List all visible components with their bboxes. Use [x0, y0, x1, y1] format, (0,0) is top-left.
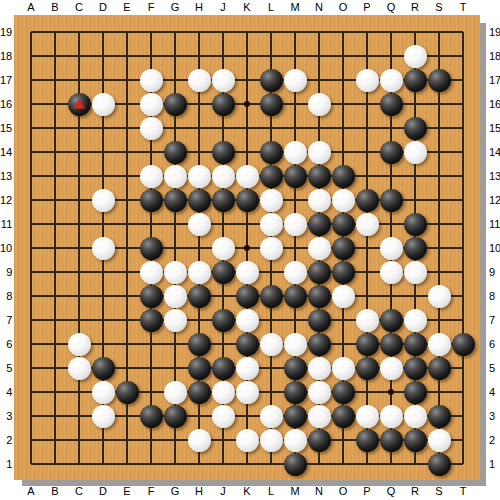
intersection[interactable]: [163, 356, 187, 380]
intersection[interactable]: [235, 164, 259, 188]
intersection[interactable]: [91, 212, 115, 236]
intersection[interactable]: [211, 260, 235, 284]
intersection[interactable]: [115, 188, 139, 212]
intersection[interactable]: [43, 212, 67, 236]
intersection[interactable]: [307, 140, 331, 164]
intersection[interactable]: [211, 92, 235, 116]
intersection[interactable]: [91, 428, 115, 452]
intersection[interactable]: [283, 452, 307, 476]
intersection[interactable]: [427, 92, 451, 116]
intersection[interactable]: [379, 212, 403, 236]
intersection[interactable]: [139, 332, 163, 356]
intersection[interactable]: [163, 92, 187, 116]
intersection[interactable]: [283, 140, 307, 164]
intersection[interactable]: [427, 404, 451, 428]
intersection[interactable]: [259, 212, 283, 236]
intersection[interactable]: [355, 428, 379, 452]
intersection[interactable]: [19, 44, 43, 68]
intersection[interactable]: [139, 68, 163, 92]
intersection[interactable]: [67, 404, 91, 428]
intersection[interactable]: [403, 44, 427, 68]
intersection[interactable]: [259, 308, 283, 332]
intersection[interactable]: [283, 44, 307, 68]
intersection[interactable]: [307, 44, 331, 68]
intersection[interactable]: [67, 68, 91, 92]
intersection[interactable]: [427, 116, 451, 140]
intersection[interactable]: [91, 260, 115, 284]
intersection[interactable]: [331, 68, 355, 92]
intersection[interactable]: [403, 356, 427, 380]
intersection[interactable]: [19, 284, 43, 308]
intersection[interactable]: [163, 308, 187, 332]
intersection[interactable]: [355, 308, 379, 332]
intersection[interactable]: [19, 428, 43, 452]
intersection[interactable]: [139, 116, 163, 140]
intersection[interactable]: [115, 236, 139, 260]
intersection[interactable]: [379, 284, 403, 308]
intersection[interactable]: [331, 260, 355, 284]
intersection[interactable]: [331, 20, 355, 44]
intersection[interactable]: [283, 428, 307, 452]
intersection[interactable]: [403, 20, 427, 44]
intersection[interactable]: [331, 332, 355, 356]
intersection[interactable]: [451, 260, 475, 284]
intersection[interactable]: [331, 428, 355, 452]
intersection[interactable]: [355, 404, 379, 428]
intersection[interactable]: [283, 380, 307, 404]
intersection[interactable]: [91, 140, 115, 164]
intersection[interactable]: [235, 212, 259, 236]
intersection[interactable]: [355, 44, 379, 68]
intersection[interactable]: [187, 452, 211, 476]
intersection[interactable]: [307, 332, 331, 356]
intersection[interactable]: [259, 68, 283, 92]
intersection[interactable]: [307, 68, 331, 92]
intersection[interactable]: [427, 164, 451, 188]
intersection[interactable]: [67, 212, 91, 236]
intersection[interactable]: [115, 308, 139, 332]
intersection[interactable]: [355, 20, 379, 44]
intersection[interactable]: [91, 380, 115, 404]
intersection[interactable]: [211, 188, 235, 212]
intersection[interactable]: [187, 212, 211, 236]
intersection[interactable]: [91, 332, 115, 356]
intersection[interactable]: [331, 164, 355, 188]
intersection[interactable]: [91, 164, 115, 188]
intersection[interactable]: [427, 284, 451, 308]
intersection[interactable]: [211, 356, 235, 380]
intersection[interactable]: [163, 284, 187, 308]
intersection[interactable]: [259, 116, 283, 140]
intersection[interactable]: [43, 284, 67, 308]
intersection[interactable]: [211, 68, 235, 92]
intersection[interactable]: [163, 44, 187, 68]
intersection[interactable]: [91, 356, 115, 380]
intersection[interactable]: [307, 188, 331, 212]
intersection[interactable]: [355, 92, 379, 116]
intersection[interactable]: [307, 284, 331, 308]
intersection[interactable]: [379, 188, 403, 212]
intersection[interactable]: [403, 380, 427, 404]
intersection[interactable]: [235, 68, 259, 92]
intersection[interactable]: [187, 428, 211, 452]
intersection[interactable]: [235, 428, 259, 452]
intersection[interactable]: [283, 164, 307, 188]
intersection[interactable]: [379, 452, 403, 476]
intersection[interactable]: [19, 212, 43, 236]
intersection[interactable]: [235, 140, 259, 164]
intersection[interactable]: [403, 260, 427, 284]
intersection[interactable]: [403, 284, 427, 308]
intersection[interactable]: [139, 428, 163, 452]
intersection[interactable]: [235, 188, 259, 212]
intersection[interactable]: [139, 164, 163, 188]
intersection[interactable]: [331, 212, 355, 236]
intersection[interactable]: [67, 92, 91, 116]
intersection[interactable]: [403, 308, 427, 332]
intersection[interactable]: [187, 236, 211, 260]
intersection[interactable]: [211, 428, 235, 452]
intersection[interactable]: [379, 356, 403, 380]
intersection[interactable]: [355, 356, 379, 380]
intersection[interactable]: [403, 188, 427, 212]
intersection[interactable]: [451, 236, 475, 260]
intersection[interactable]: [43, 452, 67, 476]
intersection[interactable]: [43, 308, 67, 332]
intersection[interactable]: [163, 212, 187, 236]
intersection[interactable]: [259, 332, 283, 356]
intersection[interactable]: [67, 428, 91, 452]
intersection[interactable]: [187, 380, 211, 404]
intersection[interactable]: [259, 188, 283, 212]
intersection[interactable]: [115, 404, 139, 428]
intersection[interactable]: [91, 44, 115, 68]
intersection[interactable]: [43, 236, 67, 260]
intersection[interactable]: [115, 428, 139, 452]
intersection[interactable]: [163, 140, 187, 164]
intersection[interactable]: [427, 452, 451, 476]
intersection[interactable]: [379, 428, 403, 452]
intersection[interactable]: [331, 356, 355, 380]
intersection[interactable]: [235, 452, 259, 476]
intersection[interactable]: [331, 44, 355, 68]
intersection[interactable]: [187, 20, 211, 44]
intersection[interactable]: [187, 68, 211, 92]
intersection[interactable]: [163, 188, 187, 212]
intersection[interactable]: [139, 212, 163, 236]
intersection[interactable]: [355, 260, 379, 284]
intersection[interactable]: [379, 164, 403, 188]
intersection[interactable]: [307, 92, 331, 116]
intersection[interactable]: [187, 92, 211, 116]
intersection[interactable]: [235, 380, 259, 404]
intersection[interactable]: [163, 260, 187, 284]
intersection[interactable]: [187, 404, 211, 428]
intersection[interactable]: [211, 284, 235, 308]
intersection[interactable]: [139, 452, 163, 476]
intersection[interactable]: [235, 116, 259, 140]
intersection[interactable]: [403, 212, 427, 236]
intersection[interactable]: [427, 332, 451, 356]
intersection[interactable]: [139, 188, 163, 212]
intersection[interactable]: [211, 380, 235, 404]
intersection[interactable]: [427, 236, 451, 260]
intersection[interactable]: [91, 116, 115, 140]
intersection[interactable]: [67, 284, 91, 308]
intersection[interactable]: [139, 260, 163, 284]
intersection[interactable]: [427, 260, 451, 284]
intersection[interactable]: [235, 44, 259, 68]
intersection[interactable]: [115, 380, 139, 404]
intersection[interactable]: [403, 164, 427, 188]
intersection[interactable]: [451, 212, 475, 236]
intersection[interactable]: [163, 20, 187, 44]
intersection[interactable]: [115, 68, 139, 92]
intersection[interactable]: [235, 236, 259, 260]
intersection[interactable]: [259, 236, 283, 260]
intersection[interactable]: [355, 116, 379, 140]
intersection[interactable]: [403, 68, 427, 92]
intersection[interactable]: [67, 380, 91, 404]
intersection[interactable]: [379, 116, 403, 140]
intersection[interactable]: [19, 92, 43, 116]
intersection[interactable]: [331, 284, 355, 308]
intersection[interactable]: [19, 188, 43, 212]
intersection[interactable]: [67, 20, 91, 44]
intersection[interactable]: [403, 332, 427, 356]
intersection[interactable]: [139, 92, 163, 116]
intersection[interactable]: [115, 356, 139, 380]
intersection[interactable]: [451, 116, 475, 140]
intersection[interactable]: [67, 44, 91, 68]
intersection[interactable]: [307, 236, 331, 260]
intersection[interactable]: [403, 140, 427, 164]
intersection[interactable]: [211, 332, 235, 356]
intersection[interactable]: [331, 380, 355, 404]
intersection[interactable]: [187, 164, 211, 188]
intersection[interactable]: [451, 20, 475, 44]
intersection[interactable]: [67, 188, 91, 212]
intersection[interactable]: [163, 68, 187, 92]
intersection[interactable]: [19, 356, 43, 380]
intersection[interactable]: [331, 308, 355, 332]
intersection[interactable]: [91, 236, 115, 260]
intersection[interactable]: [139, 236, 163, 260]
intersection[interactable]: [187, 260, 211, 284]
intersection[interactable]: [403, 116, 427, 140]
intersection[interactable]: [331, 404, 355, 428]
intersection[interactable]: [115, 452, 139, 476]
intersection[interactable]: [235, 308, 259, 332]
intersection[interactable]: [379, 140, 403, 164]
intersection[interactable]: [67, 236, 91, 260]
intersection[interactable]: [43, 356, 67, 380]
intersection[interactable]: [451, 188, 475, 212]
intersection[interactable]: [427, 44, 451, 68]
intersection[interactable]: [283, 260, 307, 284]
intersection[interactable]: [307, 260, 331, 284]
intersection[interactable]: [355, 236, 379, 260]
intersection[interactable]: [427, 212, 451, 236]
intersection[interactable]: [451, 68, 475, 92]
intersection[interactable]: [211, 212, 235, 236]
intersection[interactable]: [379, 44, 403, 68]
intersection[interactable]: [67, 452, 91, 476]
intersection[interactable]: [331, 452, 355, 476]
intersection[interactable]: [379, 236, 403, 260]
intersection[interactable]: [163, 116, 187, 140]
intersection[interactable]: [67, 308, 91, 332]
intersection[interactable]: [283, 188, 307, 212]
intersection[interactable]: [451, 356, 475, 380]
intersection[interactable]: [307, 428, 331, 452]
intersection[interactable]: [355, 212, 379, 236]
intersection[interactable]: [403, 404, 427, 428]
intersection[interactable]: [283, 404, 307, 428]
intersection[interactable]: [259, 428, 283, 452]
intersection[interactable]: [307, 116, 331, 140]
intersection[interactable]: [139, 284, 163, 308]
intersection[interactable]: [307, 20, 331, 44]
intersection[interactable]: [91, 20, 115, 44]
intersection[interactable]: [91, 188, 115, 212]
intersection[interactable]: [115, 116, 139, 140]
intersection[interactable]: [187, 308, 211, 332]
intersection[interactable]: [43, 404, 67, 428]
intersection[interactable]: [451, 92, 475, 116]
intersection[interactable]: [43, 188, 67, 212]
intersection[interactable]: [139, 20, 163, 44]
intersection[interactable]: [355, 380, 379, 404]
intersection[interactable]: [307, 356, 331, 380]
intersection[interactable]: [91, 404, 115, 428]
intersection[interactable]: [451, 332, 475, 356]
intersection[interactable]: [187, 284, 211, 308]
intersection[interactable]: [307, 212, 331, 236]
intersection[interactable]: [427, 308, 451, 332]
intersection[interactable]: [235, 332, 259, 356]
intersection[interactable]: [355, 164, 379, 188]
intersection[interactable]: [187, 356, 211, 380]
intersection[interactable]: [355, 188, 379, 212]
intersection[interactable]: [19, 404, 43, 428]
intersection[interactable]: [331, 140, 355, 164]
intersection[interactable]: [211, 116, 235, 140]
intersection[interactable]: [331, 236, 355, 260]
intersection[interactable]: [91, 68, 115, 92]
intersection[interactable]: [283, 236, 307, 260]
intersection[interactable]: [187, 44, 211, 68]
intersection[interactable]: [19, 452, 43, 476]
intersection[interactable]: [259, 164, 283, 188]
intersection[interactable]: [451, 284, 475, 308]
intersection[interactable]: [235, 20, 259, 44]
intersection[interactable]: [283, 20, 307, 44]
intersection[interactable]: [163, 164, 187, 188]
intersection[interactable]: [307, 452, 331, 476]
intersection[interactable]: [355, 452, 379, 476]
intersection[interactable]: [451, 308, 475, 332]
intersection[interactable]: [379, 404, 403, 428]
intersection[interactable]: [115, 332, 139, 356]
intersection[interactable]: [43, 332, 67, 356]
intersection[interactable]: [43, 140, 67, 164]
intersection[interactable]: [115, 92, 139, 116]
intersection[interactable]: [379, 68, 403, 92]
intersection[interactable]: [211, 452, 235, 476]
intersection[interactable]: [115, 140, 139, 164]
intersection[interactable]: [19, 380, 43, 404]
intersection[interactable]: [235, 404, 259, 428]
intersection[interactable]: [283, 332, 307, 356]
intersection[interactable]: [355, 284, 379, 308]
intersection[interactable]: [211, 44, 235, 68]
intersection[interactable]: [139, 356, 163, 380]
intersection[interactable]: [259, 92, 283, 116]
intersection[interactable]: [451, 452, 475, 476]
intersection[interactable]: [403, 236, 427, 260]
intersection[interactable]: [67, 140, 91, 164]
intersection[interactable]: [235, 92, 259, 116]
intersection[interactable]: [259, 260, 283, 284]
intersection[interactable]: [379, 260, 403, 284]
intersection[interactable]: [163, 452, 187, 476]
intersection[interactable]: [139, 44, 163, 68]
intersection[interactable]: [451, 428, 475, 452]
intersection[interactable]: [43, 20, 67, 44]
intersection[interactable]: [379, 308, 403, 332]
intersection[interactable]: [19, 332, 43, 356]
intersection[interactable]: [259, 356, 283, 380]
intersection[interactable]: [43, 380, 67, 404]
intersection[interactable]: [67, 260, 91, 284]
intersection[interactable]: [115, 260, 139, 284]
intersection[interactable]: [115, 284, 139, 308]
intersection[interactable]: [211, 308, 235, 332]
intersection[interactable]: [235, 260, 259, 284]
intersection[interactable]: [451, 44, 475, 68]
intersection[interactable]: [67, 332, 91, 356]
intersection[interactable]: [259, 284, 283, 308]
intersection[interactable]: [307, 164, 331, 188]
intersection[interactable]: [355, 68, 379, 92]
intersection[interactable]: [187, 140, 211, 164]
intersection[interactable]: [211, 164, 235, 188]
intersection[interactable]: [427, 356, 451, 380]
intersection[interactable]: [43, 260, 67, 284]
intersection[interactable]: [451, 164, 475, 188]
intersection[interactable]: [235, 284, 259, 308]
intersection[interactable]: [211, 236, 235, 260]
intersection[interactable]: [451, 380, 475, 404]
intersection[interactable]: [283, 356, 307, 380]
intersection[interactable]: [43, 116, 67, 140]
intersection[interactable]: [187, 116, 211, 140]
intersection[interactable]: [67, 116, 91, 140]
intersection[interactable]: [259, 44, 283, 68]
intersection[interactable]: [451, 140, 475, 164]
intersection[interactable]: [115, 20, 139, 44]
intersection[interactable]: [163, 380, 187, 404]
intersection[interactable]: [379, 92, 403, 116]
intersection[interactable]: [331, 188, 355, 212]
intersection[interactable]: [163, 236, 187, 260]
intersection[interactable]: [307, 380, 331, 404]
intersection[interactable]: [427, 20, 451, 44]
intersection[interactable]: [115, 164, 139, 188]
intersection[interactable]: [283, 212, 307, 236]
intersection[interactable]: [139, 308, 163, 332]
